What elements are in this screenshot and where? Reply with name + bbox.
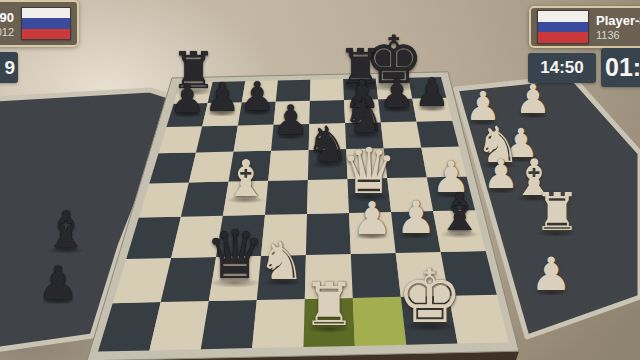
square-g2[interactable] bbox=[396, 252, 449, 297]
square-e6[interactable] bbox=[309, 123, 347, 150]
square-b4[interactable] bbox=[181, 182, 229, 217]
square-d2[interactable] bbox=[257, 255, 306, 300]
square-d1[interactable] bbox=[252, 299, 305, 348]
square-g6[interactable] bbox=[381, 122, 422, 149]
square-f4[interactable] bbox=[348, 178, 392, 213]
square-g8[interactable] bbox=[376, 78, 412, 100]
flag-stripe-blue bbox=[538, 22, 588, 33]
square-h5[interactable] bbox=[421, 147, 466, 178]
square-c6[interactable] bbox=[234, 125, 274, 152]
square-e5[interactable] bbox=[308, 149, 348, 180]
right-player-rating: 1136 bbox=[596, 29, 640, 41]
square-b5[interactable] bbox=[189, 152, 234, 183]
left-clock-fragment: 9 bbox=[0, 52, 18, 83]
move-clock: 01:4 bbox=[601, 48, 640, 87]
square-d8[interactable] bbox=[276, 80, 311, 102]
square-e8[interactable] bbox=[310, 79, 344, 101]
square-h8[interactable] bbox=[408, 77, 446, 99]
game-clock-total: 14:50 bbox=[528, 53, 596, 83]
square-b6[interactable] bbox=[196, 125, 238, 152]
square-c4[interactable] bbox=[223, 181, 268, 216]
square-e7[interactable] bbox=[309, 100, 345, 124]
square-g3[interactable] bbox=[391, 211, 441, 253]
square-f3[interactable] bbox=[349, 212, 396, 254]
square-f2[interactable] bbox=[351, 253, 401, 298]
square-e1[interactable] bbox=[304, 298, 355, 347]
square-h6[interactable] bbox=[417, 121, 459, 148]
flag-stripe-white bbox=[22, 8, 70, 18]
square-g7[interactable] bbox=[378, 99, 416, 123]
square-a8[interactable] bbox=[174, 82, 213, 104]
right-player-name: Player-8 bbox=[596, 13, 640, 28]
right-player-box: Player-8 1136 bbox=[529, 6, 640, 48]
square-c3[interactable] bbox=[216, 215, 265, 257]
square-d6[interactable] bbox=[271, 124, 309, 151]
russia-flag-icon bbox=[537, 10, 589, 44]
russia-flag-icon bbox=[21, 7, 71, 40]
square-d3[interactable] bbox=[261, 214, 307, 256]
square-c5[interactable] bbox=[229, 151, 272, 182]
square-g1[interactable] bbox=[401, 296, 458, 345]
square-g5[interactable] bbox=[384, 147, 427, 178]
square-f6[interactable] bbox=[345, 122, 384, 149]
square-b7[interactable] bbox=[202, 102, 242, 126]
flag-stripe-blue bbox=[22, 18, 70, 28]
square-c1[interactable] bbox=[201, 300, 257, 349]
square-f5[interactable] bbox=[346, 148, 387, 179]
left-player-name: y90 bbox=[0, 10, 14, 25]
square-f1[interactable] bbox=[353, 297, 407, 346]
flag-stripe-red bbox=[538, 32, 588, 43]
chess-game-screen: ♜♜♚♟♟♟♟♟♟♟♞♞♝♛♟♟♟♝♛♞♜♚♝♟♟♟♞♟♟♝♜♟ y90 012… bbox=[0, 0, 640, 360]
left-player-box: y90 012 bbox=[0, 0, 79, 47]
square-e2[interactable] bbox=[305, 254, 353, 299]
square-h7[interactable] bbox=[412, 98, 452, 122]
flag-stripe-white bbox=[538, 11, 588, 22]
flag-stripe-red bbox=[22, 29, 70, 39]
square-f7[interactable] bbox=[344, 99, 381, 123]
square-d4[interactable] bbox=[265, 180, 308, 215]
square-e3[interactable] bbox=[306, 213, 351, 255]
square-d7[interactable] bbox=[274, 101, 310, 125]
square-b8[interactable] bbox=[208, 81, 246, 103]
square-c2[interactable] bbox=[209, 256, 261, 301]
square-d5[interactable] bbox=[268, 150, 309, 181]
square-e4[interactable] bbox=[307, 179, 349, 214]
square-f8[interactable] bbox=[343, 78, 378, 100]
square-c8[interactable] bbox=[242, 81, 278, 103]
square-g4[interactable] bbox=[387, 177, 433, 212]
left-player-rating: 012 bbox=[0, 26, 14, 38]
square-c7[interactable] bbox=[238, 102, 276, 126]
